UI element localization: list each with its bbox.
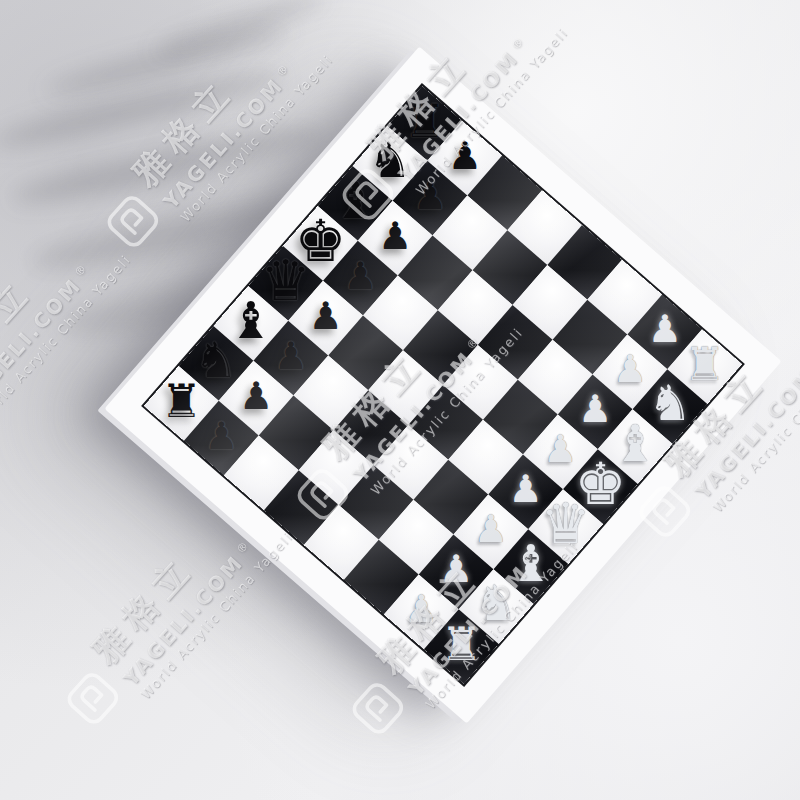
black-rook: ♜ [398,94,451,147]
scene: ♜♟♟♜♞♟♟♞♝♟♟♝♚♟♟♚♛♟♟♛♝♟♟♝♞♟♟♞♜♟♟♜ 雅格立 YAG… [0,0,800,800]
